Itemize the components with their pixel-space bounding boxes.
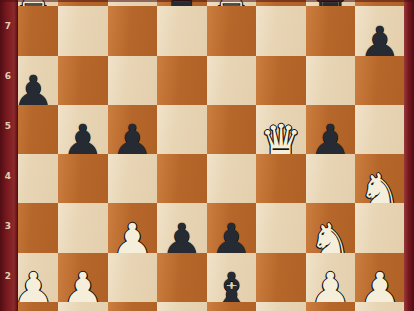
square-h3[interactable] bbox=[355, 203, 405, 252]
rank-label-7: 7 bbox=[0, 21, 16, 31]
square-h1[interactable] bbox=[355, 302, 405, 311]
square-c3[interactable]: ♟ bbox=[108, 203, 158, 252]
square-h7[interactable]: ♟ bbox=[355, 6, 405, 55]
square-c5[interactable]: ♟ bbox=[108, 105, 158, 154]
square-e3[interactable]: ♟ bbox=[207, 203, 257, 252]
square-d6[interactable] bbox=[157, 56, 207, 105]
board-frame-top-edge bbox=[0, 0, 414, 2]
rank-label-5: 5 bbox=[0, 121, 16, 131]
square-b1[interactable] bbox=[58, 302, 108, 311]
square-c6[interactable] bbox=[108, 56, 158, 105]
square-b5[interactable]: ♟ bbox=[58, 105, 108, 154]
square-d1[interactable] bbox=[157, 302, 207, 311]
square-d3[interactable]: ♟ bbox=[157, 203, 207, 252]
square-f3[interactable] bbox=[256, 203, 306, 252]
square-c1[interactable] bbox=[108, 302, 158, 311]
square-b6[interactable] bbox=[58, 56, 108, 105]
square-f1[interactable] bbox=[256, 302, 306, 311]
square-e1[interactable] bbox=[207, 302, 257, 311]
square-d2[interactable] bbox=[157, 253, 207, 302]
square-g2[interactable]: ♟ bbox=[306, 253, 356, 302]
square-e5[interactable] bbox=[207, 105, 257, 154]
square-d5[interactable] bbox=[157, 105, 207, 154]
square-f5[interactable]: ♛ bbox=[256, 105, 306, 154]
square-e4[interactable] bbox=[207, 154, 257, 203]
board-frame-right bbox=[404, 0, 414, 311]
square-e7[interactable] bbox=[207, 6, 257, 55]
square-f2[interactable] bbox=[256, 253, 306, 302]
square-e2[interactable]: ♝ bbox=[207, 253, 257, 302]
chess-diagram: ♜♛♜♚♟♟♟♟♛♟♞♟♟♟♞♟♟♝♟♟♚ 765432 bbox=[0, 0, 414, 311]
square-b3[interactable] bbox=[58, 203, 108, 252]
square-g3[interactable]: ♞ bbox=[306, 203, 356, 252]
square-g5[interactable]: ♟ bbox=[306, 105, 356, 154]
square-b7[interactable] bbox=[58, 6, 108, 55]
square-g6[interactable] bbox=[306, 56, 356, 105]
rank-label-6: 6 bbox=[0, 71, 16, 81]
square-b2[interactable]: ♟ bbox=[58, 253, 108, 302]
square-e6[interactable] bbox=[207, 56, 257, 105]
square-f7[interactable] bbox=[256, 6, 306, 55]
square-c4[interactable] bbox=[108, 154, 158, 203]
square-g1[interactable]: ♚ bbox=[306, 302, 356, 311]
square-d4[interactable] bbox=[157, 154, 207, 203]
rank-label-4: 4 bbox=[0, 171, 16, 181]
square-f6[interactable] bbox=[256, 56, 306, 105]
square-f4[interactable] bbox=[256, 154, 306, 203]
square-g4[interactable] bbox=[306, 154, 356, 203]
rank-label-2: 2 bbox=[0, 271, 16, 281]
square-c2[interactable] bbox=[108, 253, 158, 302]
square-b4[interactable] bbox=[58, 154, 108, 203]
board-frame-left bbox=[0, 0, 18, 311]
square-h5[interactable] bbox=[355, 105, 405, 154]
square-h6[interactable] bbox=[355, 56, 405, 105]
square-d7[interactable] bbox=[157, 6, 207, 55]
rank-label-3: 3 bbox=[0, 221, 16, 231]
square-g7[interactable] bbox=[306, 6, 356, 55]
square-c7[interactable] bbox=[108, 6, 158, 55]
chess-board: ♜♛♜♚♟♟♟♟♛♟♞♟♟♟♞♟♟♝♟♟♚ bbox=[9, 0, 405, 311]
square-h2[interactable]: ♟ bbox=[355, 253, 405, 302]
square-h4[interactable]: ♞ bbox=[355, 154, 405, 203]
